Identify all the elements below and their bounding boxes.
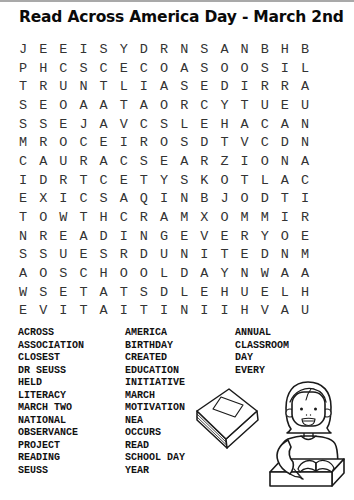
grid-cell-r14c10: E xyxy=(194,283,214,302)
grid-cell-r8c9: S xyxy=(174,171,194,190)
grid-cell-r9c11: J xyxy=(214,190,234,209)
grid-cell-r9c10: B xyxy=(194,190,214,209)
grid-cell-r6c8: O xyxy=(154,133,174,152)
grid-cell-r3c3: U xyxy=(53,77,73,96)
grid-cell-r1c14: H xyxy=(275,40,295,59)
grid-cell-r9c3: I xyxy=(53,190,73,209)
grid-cell-r14c5: A xyxy=(94,283,114,302)
grid-cell-r3c10: E xyxy=(194,77,214,96)
word-list-item: READING xyxy=(18,452,84,465)
grid-cell-r2c3: C xyxy=(53,59,73,78)
grid-cell-r10c15: R xyxy=(295,208,315,227)
word-list-item: EVERY xyxy=(235,365,289,378)
grid-cell-r8c2: D xyxy=(33,171,53,190)
grid-cell-r7c4: R xyxy=(73,152,93,171)
word-list-item: DAY xyxy=(235,352,289,365)
grid-cell-r15c8: I xyxy=(154,302,174,321)
grid-cell-r10c14: I xyxy=(275,208,295,227)
grid-cell-r11c4: A xyxy=(73,227,93,246)
grid-cell-r12c6: R xyxy=(114,246,134,265)
grid-cell-r10c1: T xyxy=(13,208,33,227)
word-list-item: NATIONAL xyxy=(18,415,84,428)
grid-cell-r7c12: I xyxy=(235,152,255,171)
grid-cell-r6c2: R xyxy=(33,133,53,152)
grid-cell-r11c5: D xyxy=(94,227,114,246)
grid-cell-r9c8: I xyxy=(154,190,174,209)
grid-cell-r5c3: E xyxy=(53,115,73,134)
grid-cell-r9c9: N xyxy=(174,190,194,209)
grid-cell-r10c2: O xyxy=(33,208,53,227)
grid-cell-r2c2: H xyxy=(33,59,53,78)
grid-cell-r12c11: T xyxy=(214,246,234,265)
grid-cell-r1c2: E xyxy=(33,40,53,59)
grid-cell-r5c1: S xyxy=(13,115,33,134)
grid-cell-r6c9: S xyxy=(174,133,194,152)
grid-cell-r8c10: K xyxy=(194,171,214,190)
grid-cell-r14c9: L xyxy=(174,283,194,302)
grid-cell-r13c13: W xyxy=(255,264,275,283)
grid-cell-r1c4: I xyxy=(73,40,93,59)
grid-cell-r1c9: N xyxy=(174,40,194,59)
grid-cell-r5c6: V xyxy=(114,115,134,134)
grid-cell-r12c13: D xyxy=(255,246,275,265)
word-list-item: SCHOOL DAY xyxy=(125,452,185,465)
grid-cell-r4c11: Y xyxy=(214,96,234,115)
grid-cell-r14c8: D xyxy=(154,283,174,302)
grid-cell-r11c1: N xyxy=(13,227,33,246)
grid-cell-r2c15: L xyxy=(295,59,315,78)
grid-cell-r7c1: C xyxy=(13,152,33,171)
grid-cell-r5c8: S xyxy=(154,115,174,134)
grid-cell-r15c6: I xyxy=(114,302,134,321)
grid-cell-r3c4: N xyxy=(73,77,93,96)
grid-cell-r4c2: E xyxy=(33,96,53,115)
grid-cell-r10c9: M xyxy=(174,208,194,227)
word-search-grid: JEEISYDRNSANBHBPHCSCECOASOOSILTRUNTLIASE… xyxy=(13,40,315,320)
grid-cell-r7c9: A xyxy=(174,152,194,171)
grid-cell-r13c3: S xyxy=(53,264,73,283)
word-list-item: OBSERVANCE xyxy=(18,427,84,440)
grid-cell-r14c11: H xyxy=(214,283,234,302)
grid-cell-r12c4: E xyxy=(73,246,93,265)
grid-cell-r3c13: R xyxy=(255,77,275,96)
grid-cell-r14c1: W xyxy=(13,283,33,302)
grid-cell-r7c14: N xyxy=(275,152,295,171)
grid-cell-r9c4: C xyxy=(73,190,93,209)
grid-cell-r12c10: I xyxy=(194,246,214,265)
grid-cell-r15c3: I xyxy=(53,302,73,321)
grid-cell-r14c14: L xyxy=(275,283,295,302)
grid-cell-r4c3: O xyxy=(53,96,73,115)
word-list-item: ASSOCIATION xyxy=(18,340,84,353)
grid-cell-r11c15: E xyxy=(295,227,315,246)
word-list-column-2: AMERICABIRTHDAYCREATEDEDUCATIONINITIATIV… xyxy=(125,327,185,478)
grid-cell-r1c3: E xyxy=(53,40,73,59)
grid-cell-r11c9: E xyxy=(174,227,194,246)
grid-cell-r3c14: R xyxy=(275,77,295,96)
grid-cell-r10c8: A xyxy=(154,208,174,227)
grid-cell-r7c3: U xyxy=(53,152,73,171)
grid-cell-r3c1: T xyxy=(13,77,33,96)
grid-cell-r8c8: Y xyxy=(154,171,174,190)
grid-cell-r8c1: I xyxy=(13,171,33,190)
grid-cell-r2c10: S xyxy=(194,59,214,78)
word-list-item: INITIATIVE xyxy=(125,377,185,390)
grid-cell-r7c11: Z xyxy=(214,152,234,171)
grid-cell-r4c4: A xyxy=(73,96,93,115)
grid-cell-r15c11: I xyxy=(214,302,234,321)
grid-cell-r10c5: H xyxy=(94,208,114,227)
grid-cell-r1c13: B xyxy=(255,40,275,59)
grid-cell-r10c11: O xyxy=(214,208,234,227)
word-list-item: CLASSROOM xyxy=(235,340,289,353)
grid-cell-r5c15: N xyxy=(295,115,315,134)
grid-cell-r4c10: C xyxy=(194,96,214,115)
word-list-item: HELD xyxy=(18,377,84,390)
grid-cell-r9c6: A xyxy=(114,190,134,209)
grid-cell-r11c14: O xyxy=(275,227,295,246)
grid-cell-r12c12: E xyxy=(235,246,255,265)
word-list-item: MARCH TWO xyxy=(18,402,84,415)
grid-cell-r15c2: V xyxy=(33,302,53,321)
grid-cell-r9c14: T xyxy=(275,190,295,209)
grid-cell-r3c2: R xyxy=(33,77,53,96)
grid-cell-r12c3: U xyxy=(53,246,73,265)
grid-cell-r2c8: O xyxy=(154,59,174,78)
grid-cell-r8c4: T xyxy=(73,171,93,190)
grid-cell-r4c1: S xyxy=(13,96,33,115)
grid-cell-r15c9: N xyxy=(174,302,194,321)
grid-cell-r12c7: D xyxy=(134,246,154,265)
word-list-item: CLOSEST xyxy=(18,352,84,365)
grid-cell-r8c6: E xyxy=(114,171,134,190)
grid-cell-r13c4: C xyxy=(73,264,93,283)
grid-cell-r5c14: A xyxy=(275,115,295,134)
grid-cell-r3c5: T xyxy=(94,77,114,96)
page-title: Read Across America Day - March 2nd xyxy=(19,8,344,26)
grid-cell-r7c2: A xyxy=(33,152,53,171)
grid-cell-r3c9: S xyxy=(174,77,194,96)
grid-cell-r13c6: O xyxy=(114,264,134,283)
grid-cell-r5c10: E xyxy=(194,115,214,134)
grid-cell-r6c12: V xyxy=(235,133,255,152)
grid-cell-r10c7: R xyxy=(134,208,154,227)
grid-cell-r5c9: L xyxy=(174,115,194,134)
grid-cell-r5c12: A xyxy=(235,115,255,134)
word-list-item: PROJECT xyxy=(18,440,84,453)
grid-cell-r11c13: Y xyxy=(255,227,275,246)
grid-cell-r6c5: E xyxy=(94,133,114,152)
grid-cell-r12c1: S xyxy=(13,246,33,265)
grid-cell-r8c5: C xyxy=(94,171,114,190)
grid-cell-r5c11: H xyxy=(214,115,234,134)
grid-cell-r12c14: N xyxy=(275,246,295,265)
grid-cell-r2c6: E xyxy=(114,59,134,78)
grid-cell-r1c10: S xyxy=(194,40,214,59)
grid-cell-r5c2: S xyxy=(33,115,53,134)
grid-cell-r1c8: R xyxy=(154,40,174,59)
grid-cell-r15c7: T xyxy=(134,302,154,321)
grid-cell-r15c13: V xyxy=(255,302,275,321)
grid-cell-r3c15: A xyxy=(295,77,315,96)
grid-cell-r4c5: A xyxy=(94,96,114,115)
grid-cell-r10c4: T xyxy=(73,208,93,227)
grid-cell-r6c1: M xyxy=(13,133,33,152)
grid-cell-r12c15: M xyxy=(295,246,315,265)
grid-cell-r9c2: X xyxy=(33,190,53,209)
grid-cell-r12c9: N xyxy=(174,246,194,265)
word-list-item: BIRTHDAY xyxy=(125,340,185,353)
grid-cell-r6c15: N xyxy=(295,133,315,152)
grid-cell-r3c12: I xyxy=(235,77,255,96)
grid-cell-r2c12: O xyxy=(235,59,255,78)
grid-cell-r13c2: O xyxy=(33,264,53,283)
grid-cell-r12c8: U xyxy=(154,246,174,265)
grid-cell-r11c7: N xyxy=(134,227,154,246)
grid-cell-r8c14: A xyxy=(275,171,295,190)
grid-cell-r7c7: S xyxy=(134,152,154,171)
grid-cell-r4c15: U xyxy=(295,96,315,115)
grid-cell-r5c4: J xyxy=(73,115,93,134)
grid-cell-r3c6: L xyxy=(114,77,134,96)
word-list-item: CREATED xyxy=(125,352,185,365)
grid-cell-r1c15: B xyxy=(295,40,315,59)
grid-cell-r9c12: O xyxy=(235,190,255,209)
grid-cell-r10c3: W xyxy=(53,208,73,227)
grid-cell-r13c11: Y xyxy=(214,264,234,283)
grid-cell-r8c13: L xyxy=(255,171,275,190)
grid-cell-r15c5: A xyxy=(94,302,114,321)
word-list-item: DR SEUSS xyxy=(18,365,84,378)
grid-cell-r10c13: M xyxy=(255,208,275,227)
grid-cell-r15c12: H xyxy=(235,302,255,321)
grid-cell-r12c5: S xyxy=(94,246,114,265)
word-list-item: MOTIVATION xyxy=(125,402,185,415)
grid-cell-r14c3: E xyxy=(53,283,73,302)
grid-cell-r8c7: T xyxy=(134,171,154,190)
grid-cell-r8c15: C xyxy=(295,171,315,190)
grid-cell-r10c12: M xyxy=(235,208,255,227)
grid-cell-r9c13: D xyxy=(255,190,275,209)
grid-cell-r9c7: Q xyxy=(134,190,154,209)
grid-cell-r15c14: A xyxy=(275,302,295,321)
grid-cell-r11c2: R xyxy=(33,227,53,246)
word-list-item: ANNUAL xyxy=(235,327,289,340)
book-icon xyxy=(195,387,261,451)
grid-cell-r1c5: S xyxy=(94,40,114,59)
word-list-column-1: ACROSSASSOCIATIONCLOSESTDR SEUSSHELDLITE… xyxy=(18,327,84,478)
grid-cell-r14c12: U xyxy=(235,283,255,302)
grid-cell-r1c12: N xyxy=(235,40,255,59)
grid-cell-r13c1: A xyxy=(13,264,33,283)
grid-cell-r1c7: D xyxy=(134,40,154,59)
grid-cell-r5c13: C xyxy=(255,115,275,134)
grid-cell-r9c1: E xyxy=(13,190,33,209)
grid-cell-r3c8: A xyxy=(154,77,174,96)
grid-cell-r4c13: U xyxy=(255,96,275,115)
word-list-item: OCCURS xyxy=(125,427,185,440)
grid-cell-r1c11: A xyxy=(214,40,234,59)
grid-cell-r6c6: I xyxy=(114,133,134,152)
word-list-item: READ xyxy=(125,440,185,453)
grid-cell-r14c6: T xyxy=(114,283,134,302)
grid-cell-r12c2: S xyxy=(33,246,53,265)
grid-cell-r2c13: S xyxy=(255,59,275,78)
grid-cell-r7c10: R xyxy=(194,152,214,171)
grid-cell-r13c12: N xyxy=(235,264,255,283)
girl-writing-at-desk-icon xyxy=(264,380,350,494)
grid-cell-r3c7: I xyxy=(134,77,154,96)
grid-cell-r2c1: P xyxy=(13,59,33,78)
page-top-edge-line xyxy=(0,0,354,2)
grid-cell-r4c6: T xyxy=(114,96,134,115)
grid-cell-r7c13: O xyxy=(255,152,275,171)
grid-cell-r13c14: A xyxy=(275,264,295,283)
grid-cell-r7c6: C xyxy=(114,152,134,171)
worksheet-page: Read Across America Day - March 2nd JEEI… xyxy=(0,0,354,500)
grid-cell-r13c8: L xyxy=(154,264,174,283)
grid-cell-r9c5: S xyxy=(94,190,114,209)
grid-cell-r2c14: I xyxy=(275,59,295,78)
grid-cell-r6c4: C xyxy=(73,133,93,152)
word-list-item: YEAR xyxy=(125,465,185,478)
grid-cell-r15c15: U xyxy=(295,302,315,321)
grid-cell-r2c9: A xyxy=(174,59,194,78)
grid-cell-r3c11: D xyxy=(214,77,234,96)
grid-cell-r4c14: E xyxy=(275,96,295,115)
grid-cell-r8c12: T xyxy=(235,171,255,190)
grid-cell-r13c7: O xyxy=(134,264,154,283)
grid-cell-r6c3: O xyxy=(53,133,73,152)
grid-cell-r7c15: A xyxy=(295,152,315,171)
grid-cell-r11c12: R xyxy=(235,227,255,246)
word-list-item: NEA xyxy=(125,415,185,428)
grid-cell-r11c10: V xyxy=(194,227,214,246)
grid-cell-r4c7: A xyxy=(134,96,154,115)
grid-cell-r6c10: D xyxy=(194,133,214,152)
grid-cell-r8c3: R xyxy=(53,171,73,190)
grid-cell-r15c10: I xyxy=(194,302,214,321)
grid-cell-r10c6: C xyxy=(114,208,134,227)
grid-cell-r15c1: E xyxy=(13,302,33,321)
grid-cell-r11c3: E xyxy=(53,227,73,246)
word-list-item: EDUCATION xyxy=(125,365,185,378)
grid-cell-r14c13: E xyxy=(255,283,275,302)
grid-cell-r6c7: R xyxy=(134,133,154,152)
word-list-column-3: ANNUALCLASSROOMDAYEVERY xyxy=(235,327,289,377)
grid-cell-r5c7: C xyxy=(134,115,154,134)
word-list-item: MARCH xyxy=(125,390,185,403)
grid-cell-r11c6: I xyxy=(114,227,134,246)
grid-cell-r14c7: S xyxy=(134,283,154,302)
grid-cell-r10c10: X xyxy=(194,208,214,227)
grid-cell-r11c8: G xyxy=(154,227,174,246)
grid-cell-r2c4: S xyxy=(73,59,93,78)
grid-cell-r1c1: J xyxy=(13,40,33,59)
grid-cell-r9c15: I xyxy=(295,190,315,209)
grid-cell-r8c11: O xyxy=(214,171,234,190)
grid-cell-r14c4: T xyxy=(73,283,93,302)
grid-cell-r6c14: D xyxy=(275,133,295,152)
grid-cell-r14c15: H xyxy=(295,283,315,302)
grid-cell-r7c8: E xyxy=(154,152,174,171)
grid-cell-r6c13: C xyxy=(255,133,275,152)
grid-cell-r5c5: A xyxy=(94,115,114,134)
grid-cell-r2c11: O xyxy=(214,59,234,78)
word-list-item: SEUSS xyxy=(18,465,84,478)
grid-cell-r2c5: C xyxy=(94,59,114,78)
grid-cell-r4c12: T xyxy=(235,96,255,115)
grid-cell-r4c9: R xyxy=(174,96,194,115)
grid-cell-r11c11: E xyxy=(214,227,234,246)
grid-cell-r13c10: A xyxy=(194,264,214,283)
grid-cell-r14c2: S xyxy=(33,283,53,302)
word-list-item: LITERACY xyxy=(18,390,84,403)
grid-cell-r2c7: C xyxy=(134,59,154,78)
word-list-item: ACROSS xyxy=(18,327,84,340)
grid-cell-r13c9: D xyxy=(174,264,194,283)
grid-cell-r4c8: O xyxy=(154,96,174,115)
grid-cell-r6c11: T xyxy=(214,133,234,152)
grid-cell-r13c5: H xyxy=(94,264,114,283)
grid-cell-r1c6: Y xyxy=(114,40,134,59)
word-list-item: AMERICA xyxy=(125,327,185,340)
grid-cell-r7c5: A xyxy=(94,152,114,171)
grid-cell-r15c4: T xyxy=(73,302,93,321)
grid-cell-r13c15: A xyxy=(295,264,315,283)
